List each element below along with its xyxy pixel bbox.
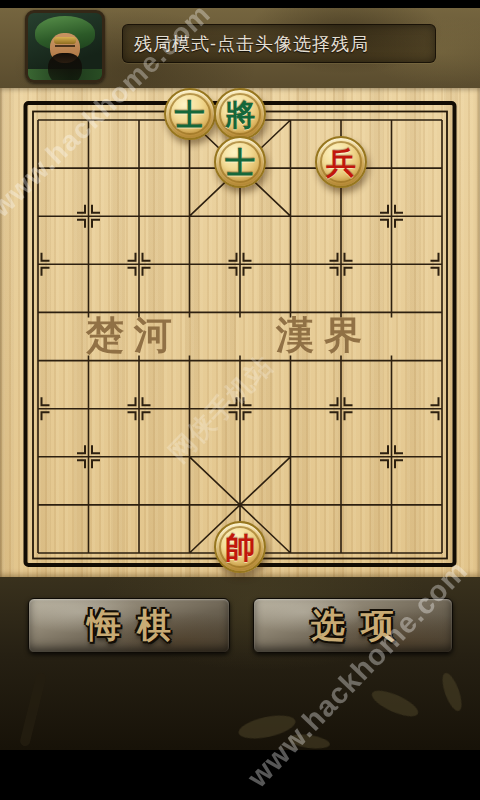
- piece-red-soldier[interactable]: 兵: [315, 136, 367, 188]
- fish-decoration: [439, 671, 466, 713]
- ink-branch-decoration: [19, 672, 47, 747]
- piece-black-general[interactable]: 將: [214, 88, 266, 140]
- undo-button[interactable]: 悔棋: [28, 598, 230, 653]
- pieces-layer: 士將士兵帥: [0, 88, 480, 577]
- piece-glyph: 士: [216, 138, 264, 186]
- top-black-strip: [0, 0, 480, 8]
- mode-info-box: 残局模式-点击头像选择残局: [122, 24, 436, 63]
- fish-decoration: [369, 686, 422, 722]
- options-button-label: 选项: [295, 603, 411, 649]
- piece-black-advisor-left[interactable]: 士: [164, 88, 216, 140]
- bottom-black-bar: [0, 750, 480, 800]
- avatar-crown-art: [54, 37, 76, 44]
- fish-decoration: [287, 732, 330, 751]
- top-bar: 残局模式-点击头像选择残局: [0, 8, 480, 89]
- piece-black-advisor-mid[interactable]: 士: [214, 136, 266, 188]
- avatar-eyes-art: [55, 45, 75, 50]
- lower-panel: 悔棋 选项: [0, 577, 480, 750]
- avatar-beard-art: [48, 53, 82, 83]
- piece-glyph: 兵: [317, 138, 365, 186]
- options-button[interactable]: 选项: [253, 598, 453, 653]
- undo-button-label: 悔棋: [71, 603, 187, 649]
- app-screen: 残局模式-点击头像选择残局 楚河 漢界 士將士兵帥 悔棋 选项 www.hack…: [0, 0, 480, 800]
- piece-glyph: 士: [166, 90, 214, 138]
- piece-glyph: 帥: [216, 523, 264, 571]
- mode-info-text: 残局模式-点击头像选择残局: [134, 32, 369, 56]
- piece-glyph: 將: [216, 90, 264, 138]
- piece-red-general[interactable]: 帥: [214, 521, 266, 573]
- board-panel: 楚河 漢界 士將士兵帥: [0, 88, 480, 577]
- guan-yu-portrait-icon[interactable]: [25, 10, 105, 83]
